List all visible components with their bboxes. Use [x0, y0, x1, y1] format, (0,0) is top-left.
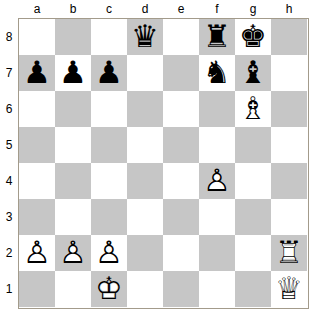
- square-a1[interactable]: [19, 271, 55, 307]
- square-c6[interactable]: [91, 91, 127, 127]
- square-f6[interactable]: [199, 91, 235, 127]
- square-h1[interactable]: ♛♕: [271, 271, 307, 307]
- square-f2[interactable]: [199, 235, 235, 271]
- file-label-e: e: [163, 1, 199, 17]
- square-b5[interactable]: [55, 127, 91, 163]
- square-e5[interactable]: [163, 127, 199, 163]
- rank-label-8: 8: [0, 19, 18, 55]
- white-bishop: ♗: [235, 91, 271, 127]
- square-c4[interactable]: [91, 163, 127, 199]
- file-label-c: c: [91, 1, 127, 17]
- square-b7[interactable]: ♟: [55, 55, 91, 91]
- white-pawn: ♙: [19, 235, 55, 271]
- square-c8[interactable]: [91, 19, 127, 55]
- square-e8[interactable]: [163, 19, 199, 55]
- chess-board: ♛♜♚♟♟♟♞♝♝♗♟♙♟♙♟♙♟♙♜♖♚♔♛♕: [18, 18, 309, 309]
- square-a6[interactable]: [19, 91, 55, 127]
- square-e7[interactable]: [163, 55, 199, 91]
- white-queen: ♕: [271, 271, 307, 307]
- square-d8[interactable]: ♛: [127, 19, 163, 55]
- square-d7[interactable]: [127, 55, 163, 91]
- square-h2[interactable]: ♜♖: [271, 235, 307, 271]
- square-d1[interactable]: [127, 271, 163, 307]
- file-labels: abcdefgh: [19, 1, 307, 17]
- black-pawn: ♟: [55, 55, 91, 91]
- square-a3[interactable]: [19, 199, 55, 235]
- white-rook: ♖: [271, 235, 307, 271]
- square-h7[interactable]: [271, 55, 307, 91]
- square-f4[interactable]: ♟♙: [199, 163, 235, 199]
- square-a4[interactable]: [19, 163, 55, 199]
- white-pawn-fill: ♟: [55, 235, 91, 271]
- black-pawn: ♟: [91, 55, 127, 91]
- white-king-fill: ♚: [91, 271, 127, 307]
- file-label-b: b: [55, 1, 91, 17]
- square-h6[interactable]: [271, 91, 307, 127]
- square-h3[interactable]: [271, 199, 307, 235]
- square-b6[interactable]: [55, 91, 91, 127]
- square-h4[interactable]: [271, 163, 307, 199]
- square-a8[interactable]: [19, 19, 55, 55]
- square-g1[interactable]: [235, 271, 271, 307]
- square-e3[interactable]: [163, 199, 199, 235]
- square-f3[interactable]: [199, 199, 235, 235]
- white-rook-fill: ♜: [271, 235, 307, 271]
- square-f5[interactable]: [199, 127, 235, 163]
- square-g7[interactable]: ♝: [235, 55, 271, 91]
- square-f1[interactable]: [199, 271, 235, 307]
- square-d3[interactable]: [127, 199, 163, 235]
- white-pawn-fill: ♟: [91, 235, 127, 271]
- square-a5[interactable]: [19, 127, 55, 163]
- file-label-g: g: [235, 1, 271, 17]
- square-a2[interactable]: ♟♙: [19, 235, 55, 271]
- square-d5[interactable]: [127, 127, 163, 163]
- white-pawn: ♙: [55, 235, 91, 271]
- rank-label-2: 2: [0, 235, 18, 271]
- rank-label-6: 6: [0, 91, 18, 127]
- black-queen: ♛: [127, 19, 163, 55]
- square-e4[interactable]: [163, 163, 199, 199]
- black-rook: ♜: [199, 19, 235, 55]
- square-c2[interactable]: ♟♙: [91, 235, 127, 271]
- file-label-h: h: [271, 1, 307, 17]
- rank-labels: 87654321: [0, 19, 18, 307]
- square-g3[interactable]: [235, 199, 271, 235]
- square-d6[interactable]: [127, 91, 163, 127]
- square-b4[interactable]: [55, 163, 91, 199]
- square-g6[interactable]: ♝♗: [235, 91, 271, 127]
- file-label-f: f: [199, 1, 235, 17]
- square-c5[interactable]: [91, 127, 127, 163]
- square-g2[interactable]: [235, 235, 271, 271]
- square-g5[interactable]: [235, 127, 271, 163]
- square-e6[interactable]: [163, 91, 199, 127]
- white-king: ♔: [91, 271, 127, 307]
- square-d2[interactable]: [127, 235, 163, 271]
- square-h5[interactable]: [271, 127, 307, 163]
- square-b8[interactable]: [55, 19, 91, 55]
- rank-label-7: 7: [0, 55, 18, 91]
- square-g4[interactable]: [235, 163, 271, 199]
- chess-diagram: abcdefgh 87654321 ♛♜♚♟♟♟♞♝♝♗♟♙♟♙♟♙♟♙♜♖♚♔…: [0, 0, 320, 320]
- square-c3[interactable]: [91, 199, 127, 235]
- square-e2[interactable]: [163, 235, 199, 271]
- black-pawn: ♟: [19, 55, 55, 91]
- square-d4[interactable]: [127, 163, 163, 199]
- square-a7[interactable]: ♟: [19, 55, 55, 91]
- square-e1[interactable]: [163, 271, 199, 307]
- file-label-a: a: [19, 1, 55, 17]
- rank-label-5: 5: [0, 127, 18, 163]
- white-pawn: ♙: [199, 163, 235, 199]
- rank-label-4: 4: [0, 163, 18, 199]
- black-bishop: ♝: [235, 55, 271, 91]
- rank-label-1: 1: [0, 271, 18, 307]
- square-h8[interactable]: [271, 19, 307, 55]
- square-b2[interactable]: ♟♙: [55, 235, 91, 271]
- white-pawn: ♙: [91, 235, 127, 271]
- black-king: ♚: [235, 19, 271, 55]
- square-c1[interactable]: ♚♔: [91, 271, 127, 307]
- square-c7[interactable]: ♟: [91, 55, 127, 91]
- rank-label-3: 3: [0, 199, 18, 235]
- white-bishop-fill: ♝: [235, 91, 271, 127]
- square-b1[interactable]: [55, 271, 91, 307]
- square-f7[interactable]: ♞: [199, 55, 235, 91]
- square-f8[interactable]: ♜: [199, 19, 235, 55]
- file-label-d: d: [127, 1, 163, 17]
- black-knight: ♞: [199, 55, 235, 91]
- white-pawn-fill: ♟: [199, 163, 235, 199]
- square-g8[interactable]: ♚: [235, 19, 271, 55]
- white-pawn-fill: ♟: [19, 235, 55, 271]
- white-queen-fill: ♛: [271, 271, 307, 307]
- square-b3[interactable]: [55, 199, 91, 235]
